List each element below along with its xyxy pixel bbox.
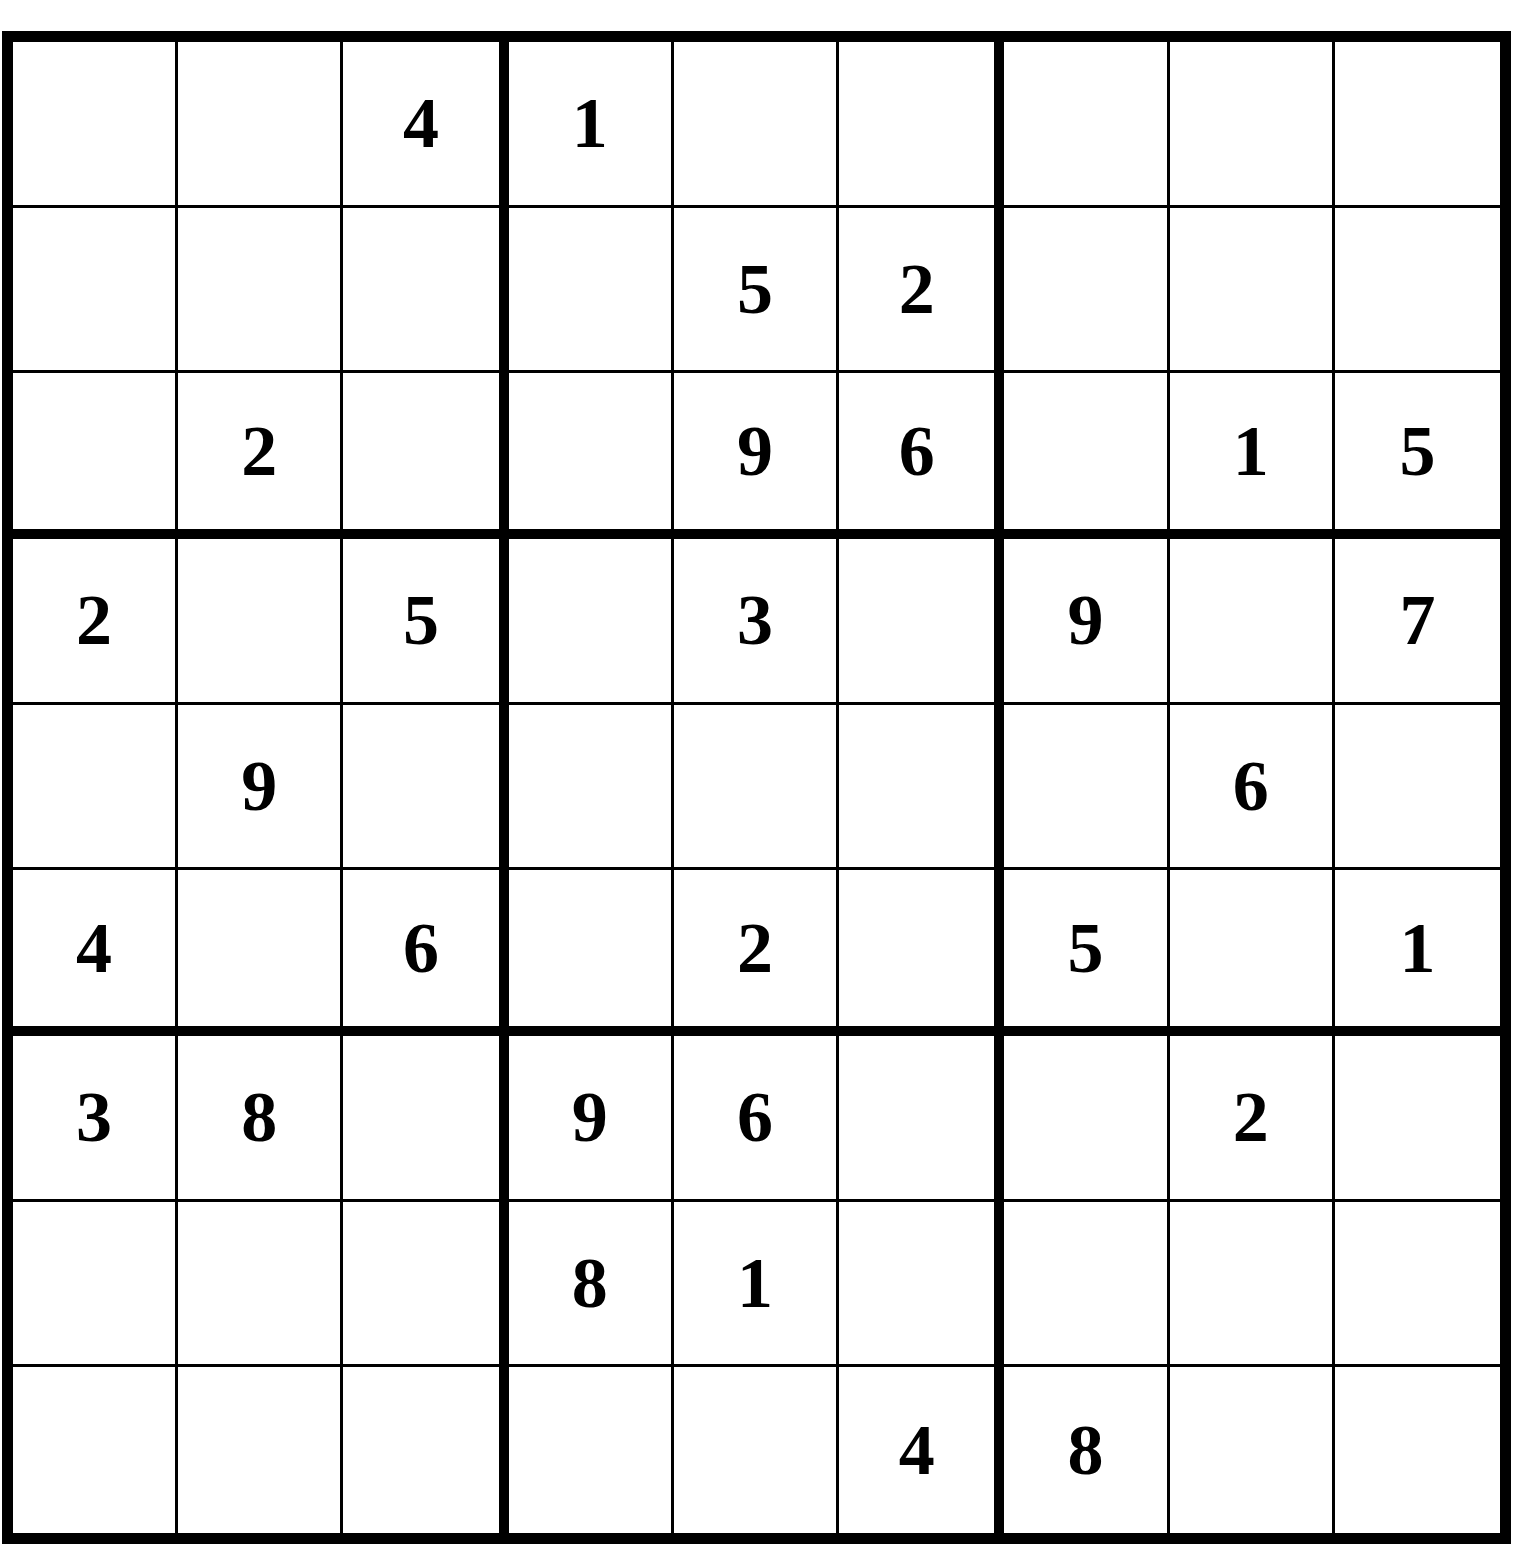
cell-r4c4[interactable] [509, 539, 674, 705]
cell-r4c6[interactable] [839, 539, 1004, 705]
cell-r6c6[interactable] [839, 870, 1004, 1036]
cell-r6c7[interactable]: 5 [1004, 870, 1169, 1036]
cell-r6c3[interactable]: 6 [343, 870, 508, 1036]
cell-r7c1[interactable]: 3 [13, 1036, 178, 1202]
cell-r6c4[interactable] [509, 870, 674, 1036]
cell-r9c2[interactable] [178, 1367, 343, 1533]
cell-r9c9[interactable] [1335, 1367, 1500, 1533]
cell-r8c4[interactable]: 8 [509, 1202, 674, 1368]
cell-r1c2[interactable] [178, 42, 343, 208]
cell-r3c6[interactable]: 6 [839, 373, 1004, 539]
cell-r2c1[interactable] [13, 208, 178, 374]
cell-r8c7[interactable] [1004, 1202, 1169, 1368]
cell-r9c8[interactable] [1170, 1367, 1335, 1533]
cell-r4c3[interactable]: 5 [343, 539, 508, 705]
cell-r7c9[interactable] [1335, 1036, 1500, 1202]
cell-r4c2[interactable] [178, 539, 343, 705]
cell-r9c4[interactable] [509, 1367, 674, 1533]
cell-r8c5[interactable]: 1 [674, 1202, 839, 1368]
cell-r5c2[interactable]: 9 [178, 705, 343, 871]
cell-r8c8[interactable] [1170, 1202, 1335, 1368]
cell-r7c5[interactable]: 6 [674, 1036, 839, 1202]
cell-r3c8[interactable]: 1 [1170, 373, 1335, 539]
cell-r6c8[interactable] [1170, 870, 1335, 1036]
cell-r1c8[interactable] [1170, 42, 1335, 208]
cell-r2c2[interactable] [178, 208, 343, 374]
cell-r7c4[interactable]: 9 [509, 1036, 674, 1202]
cell-r5c1[interactable] [13, 705, 178, 871]
cell-r4c8[interactable] [1170, 539, 1335, 705]
cell-r4c5[interactable]: 3 [674, 539, 839, 705]
cell-r9c1[interactable] [13, 1367, 178, 1533]
cell-r7c6[interactable] [839, 1036, 1004, 1202]
cell-r5c4[interactable] [509, 705, 674, 871]
cell-r5c8[interactable]: 6 [1170, 705, 1335, 871]
cell-r3c5[interactable]: 9 [674, 373, 839, 539]
cell-r9c3[interactable] [343, 1367, 508, 1533]
cell-r8c9[interactable] [1335, 1202, 1500, 1368]
cell-r7c8[interactable]: 2 [1170, 1036, 1335, 1202]
cell-r3c3[interactable] [343, 373, 508, 539]
cell-r2c3[interactable] [343, 208, 508, 374]
cell-r3c7[interactable] [1004, 373, 1169, 539]
cell-r9c6[interactable]: 4 [839, 1367, 1004, 1533]
sudoku-board: 415229615253979646251389628148 [2, 31, 1511, 1544]
cell-r2c5[interactable]: 5 [674, 208, 839, 374]
cell-r2c7[interactable] [1004, 208, 1169, 374]
cell-r1c5[interactable] [674, 42, 839, 208]
cell-r3c1[interactable] [13, 373, 178, 539]
cell-r9c7[interactable]: 8 [1004, 1367, 1169, 1533]
cell-r3c4[interactable] [509, 373, 674, 539]
cell-r9c5[interactable] [674, 1367, 839, 1533]
cell-r5c5[interactable] [674, 705, 839, 871]
cell-r7c3[interactable] [343, 1036, 508, 1202]
cell-r2c6[interactable]: 2 [839, 208, 1004, 374]
cell-r3c9[interactable]: 5 [1335, 373, 1500, 539]
cell-r5c9[interactable] [1335, 705, 1500, 871]
cell-r1c4[interactable]: 1 [509, 42, 674, 208]
cell-r6c9[interactable]: 1 [1335, 870, 1500, 1036]
cell-r8c2[interactable] [178, 1202, 343, 1368]
cell-r4c9[interactable]: 7 [1335, 539, 1500, 705]
cell-r8c1[interactable] [13, 1202, 178, 1368]
cell-r1c6[interactable] [839, 42, 1004, 208]
cell-r5c7[interactable] [1004, 705, 1169, 871]
cell-r1c1[interactable] [13, 42, 178, 208]
cell-r6c1[interactable]: 4 [13, 870, 178, 1036]
cell-r1c9[interactable] [1335, 42, 1500, 208]
cell-r2c9[interactable] [1335, 208, 1500, 374]
cell-r7c7[interactable] [1004, 1036, 1169, 1202]
cell-r4c7[interactable]: 9 [1004, 539, 1169, 705]
cell-r3c2[interactable]: 2 [178, 373, 343, 539]
cell-r5c3[interactable] [343, 705, 508, 871]
cell-r8c3[interactable] [343, 1202, 508, 1368]
cell-r4c1[interactable]: 2 [13, 539, 178, 705]
cell-r1c3[interactable]: 4 [343, 42, 508, 208]
cell-r6c5[interactable]: 2 [674, 870, 839, 1036]
cell-r6c2[interactable] [178, 870, 343, 1036]
cell-r1c7[interactable] [1004, 42, 1169, 208]
cell-r2c4[interactable] [509, 208, 674, 374]
cell-r5c6[interactable] [839, 705, 1004, 871]
cell-r2c8[interactable] [1170, 208, 1335, 374]
cell-r8c6[interactable] [839, 1202, 1004, 1368]
cell-r7c2[interactable]: 8 [178, 1036, 343, 1202]
